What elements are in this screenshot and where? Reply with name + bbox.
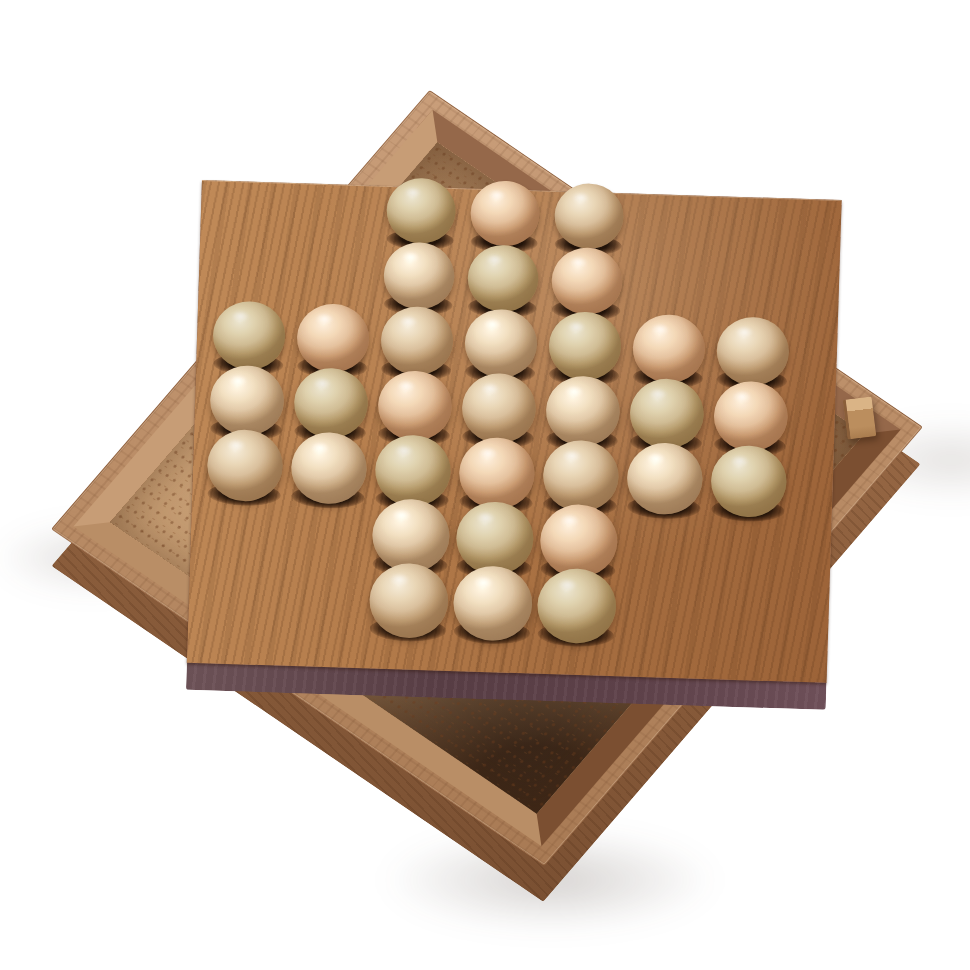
cell-r3c3[interactable] xyxy=(374,310,460,378)
cell-r6c3[interactable] xyxy=(368,504,454,572)
peg-grid xyxy=(198,174,800,647)
cell-r2c4[interactable] xyxy=(460,247,546,315)
cell-r3c4[interactable] xyxy=(458,312,544,380)
cell-r4c5[interactable] xyxy=(540,380,626,448)
solitaire-board xyxy=(187,180,842,683)
cell-r5c5[interactable] xyxy=(538,445,624,513)
cell-r5c4[interactable] xyxy=(454,442,540,510)
latch-pin[interactable] xyxy=(843,396,877,439)
cell-r6c5[interactable] xyxy=(536,510,622,578)
cell-r7c3[interactable] xyxy=(366,569,452,637)
cell-r1c3[interactable] xyxy=(378,180,464,248)
cell-r4c1[interactable] xyxy=(204,369,290,437)
cell-r6c4[interactable] xyxy=(452,507,538,575)
cell-r7c5[interactable] xyxy=(534,575,620,643)
cell-r5c1[interactable] xyxy=(202,434,288,502)
cell-r4c6[interactable] xyxy=(624,382,710,450)
cell-r2c3[interactable] xyxy=(376,245,462,313)
cell-r1c5[interactable] xyxy=(546,185,632,253)
cell-r5c7[interactable] xyxy=(706,450,792,518)
cell-r3c1[interactable] xyxy=(206,304,292,372)
cell-r1c4[interactable] xyxy=(462,182,548,250)
cell-r2c5[interactable] xyxy=(544,250,630,318)
cell-r4c2[interactable] xyxy=(288,372,374,440)
cell-r4c4[interactable] xyxy=(456,377,542,445)
cell-r3c5[interactable] xyxy=(542,315,628,383)
cell-r4c3[interactable] xyxy=(372,374,458,442)
cell-r3c7[interactable] xyxy=(710,320,796,388)
cell-r3c2[interactable] xyxy=(290,307,376,375)
cell-r3c6[interactable] xyxy=(626,317,712,385)
cell-r7c4[interactable] xyxy=(450,572,536,640)
product-photo-scene xyxy=(0,0,970,970)
cell-r5c3[interactable] xyxy=(370,439,456,507)
cell-r5c2[interactable] xyxy=(286,437,372,505)
cell-r4c7[interactable] xyxy=(708,385,794,453)
cell-r5c6[interactable] xyxy=(622,447,708,515)
